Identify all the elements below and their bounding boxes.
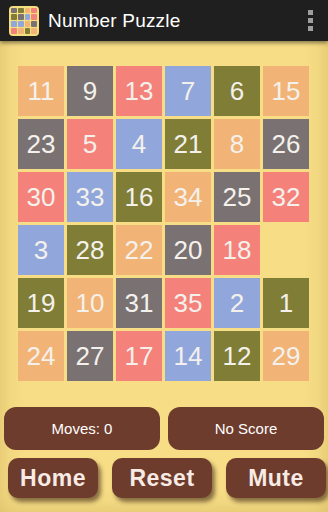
tile-24[interactable]: 24 — [18, 331, 64, 381]
tile-16[interactable]: 16 — [116, 172, 162, 222]
tile-3[interactable]: 3 — [18, 225, 64, 275]
puzzle-board: 1191376152354218263033163425323282220181… — [18, 66, 309, 381]
tile-14[interactable]: 14 — [165, 331, 211, 381]
mute-button[interactable]: Mute — [226, 458, 326, 498]
moves-display: Moves: 0 — [4, 407, 160, 450]
app-icon-cell — [31, 21, 37, 27]
tile-11[interactable]: 11 — [18, 66, 64, 116]
overflow-menu-icon[interactable] — [302, 6, 319, 35]
app-icon-cell — [31, 28, 37, 34]
app-title: Number Puzzle — [48, 10, 180, 32]
tile-9[interactable]: 9 — [67, 66, 113, 116]
app-icon-cell — [25, 21, 31, 27]
tile-20[interactable]: 20 — [165, 225, 211, 275]
app-icon-cell — [25, 14, 31, 20]
tile-29[interactable]: 29 — [263, 331, 309, 381]
tile-12[interactable]: 12 — [214, 331, 260, 381]
tile-13[interactable]: 13 — [116, 66, 162, 116]
tile-2[interactable]: 2 — [214, 278, 260, 328]
app-icon-cell — [25, 28, 31, 34]
tile-7[interactable]: 7 — [165, 66, 211, 116]
app-icon-cell — [11, 21, 17, 27]
tile-23[interactable]: 23 — [18, 119, 64, 169]
tile-22[interactable]: 22 — [116, 225, 162, 275]
app-icon-cell — [11, 28, 17, 34]
tile-4[interactable]: 4 — [116, 119, 162, 169]
tile-26[interactable]: 26 — [263, 119, 309, 169]
tile-28[interactable]: 28 — [67, 225, 113, 275]
button-row: Home Reset Mute — [8, 458, 326, 498]
tile-31[interactable]: 31 — [116, 278, 162, 328]
empty-cell — [263, 225, 309, 275]
status-row: Moves: 0 No Score — [4, 407, 324, 450]
tile-18[interactable]: 18 — [214, 225, 260, 275]
app-icon-cell — [18, 14, 24, 20]
tile-19[interactable]: 19 — [18, 278, 64, 328]
tile-25[interactable]: 25 — [214, 172, 260, 222]
app-icon-cell — [31, 14, 37, 20]
action-bar: Number Puzzle — [0, 0, 328, 41]
app-icon-cell — [18, 8, 24, 14]
tile-1[interactable]: 1 — [263, 278, 309, 328]
tile-5[interactable]: 5 — [67, 119, 113, 169]
tile-34[interactable]: 34 — [165, 172, 211, 222]
tile-21[interactable]: 21 — [165, 119, 211, 169]
app-icon-cell — [11, 14, 17, 20]
tile-27[interactable]: 27 — [67, 331, 113, 381]
app-icon-cell — [25, 8, 31, 14]
tile-35[interactable]: 35 — [165, 278, 211, 328]
tile-17[interactable]: 17 — [116, 331, 162, 381]
tile-8[interactable]: 8 — [214, 119, 260, 169]
tile-15[interactable]: 15 — [263, 66, 309, 116]
app-icon-cell — [11, 8, 17, 14]
tile-33[interactable]: 33 — [67, 172, 113, 222]
app-icon — [9, 6, 39, 36]
score-display: No Score — [168, 407, 324, 450]
tile-30[interactable]: 30 — [18, 172, 64, 222]
reset-button[interactable]: Reset — [112, 458, 212, 498]
tile-6[interactable]: 6 — [214, 66, 260, 116]
app-icon-cell — [31, 8, 37, 14]
app-icon-cell — [18, 28, 24, 34]
app-icon-cell — [18, 21, 24, 27]
home-button[interactable]: Home — [8, 458, 98, 498]
tile-10[interactable]: 10 — [67, 278, 113, 328]
tile-32[interactable]: 32 — [263, 172, 309, 222]
